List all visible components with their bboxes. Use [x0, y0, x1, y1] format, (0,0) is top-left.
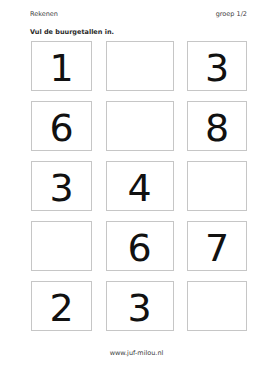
- cell-r5c1: 2: [31, 281, 92, 331]
- cell-r4c2: 6: [106, 221, 174, 271]
- instruction-text: Vul de buurgetallen in.: [30, 28, 114, 36]
- cell-r1c1: 1: [31, 41, 92, 91]
- number-grid: 1 3 6 8 3 4 6 7 2 3: [31, 41, 247, 331]
- header-subject: Rekenen: [30, 10, 58, 18]
- header-group: groep 1/2: [216, 10, 247, 18]
- cell-r3c1: 3: [31, 161, 92, 211]
- page-header: Rekenen groep 1/2: [30, 10, 247, 18]
- cell-r5c2: 3: [106, 281, 174, 331]
- cell-r3c2: 4: [106, 161, 174, 211]
- cell-r2c3: 8: [187, 101, 247, 151]
- cell-r1c3: 3: [187, 41, 247, 91]
- cell-r4c1-answer-box[interactable]: [31, 221, 92, 271]
- footer-url: www.juf-milou.nl: [0, 349, 273, 357]
- cell-r2c2-answer-box[interactable]: [106, 101, 174, 151]
- cell-r2c1: 6: [31, 101, 92, 151]
- worksheet-page: Rekenen groep 1/2 Vul de buurgetallen in…: [0, 0, 273, 372]
- cell-r3c3-answer-box[interactable]: [187, 161, 247, 211]
- cell-r1c2-answer-box[interactable]: [106, 41, 174, 91]
- cell-r4c3: 7: [187, 221, 247, 271]
- cell-r5c3-answer-box[interactable]: [187, 281, 247, 331]
